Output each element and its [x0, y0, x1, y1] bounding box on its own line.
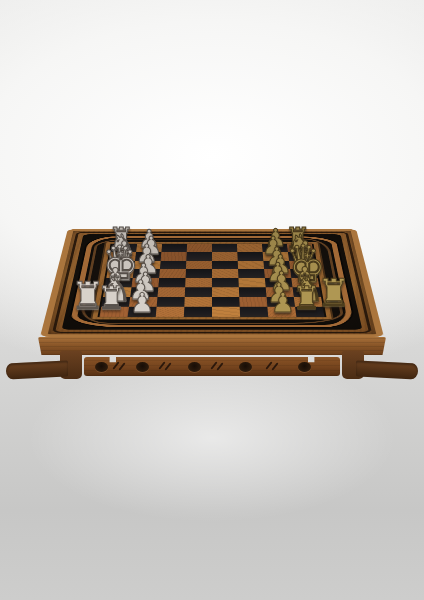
square-h3[interactable] [156, 307, 185, 317]
square-f3[interactable] [157, 287, 185, 296]
square-e5[interactable] [212, 278, 239, 287]
square-a4[interactable] [187, 244, 212, 252]
square-a8[interactable] [287, 244, 313, 252]
square-e1[interactable] [105, 278, 133, 287]
square-g3[interactable] [157, 297, 185, 307]
square-f1[interactable] [103, 287, 131, 296]
square-g6[interactable] [239, 297, 267, 307]
square-d7[interactable] [264, 269, 291, 278]
apron-slash-marks [161, 361, 175, 371]
square-f6[interactable] [239, 287, 267, 296]
apron-hole [298, 362, 311, 372]
square-e3[interactable] [158, 278, 185, 287]
square-a5[interactable] [212, 244, 237, 252]
square-c6[interactable] [238, 261, 264, 270]
square-e7[interactable] [265, 278, 293, 287]
apron-hole [136, 362, 149, 372]
square-f8[interactable] [293, 287, 321, 296]
square-f4[interactable] [185, 287, 212, 296]
square-d2[interactable] [133, 269, 160, 278]
square-h1[interactable] [100, 307, 129, 317]
square-c3[interactable] [160, 261, 186, 270]
square-e6[interactable] [238, 278, 265, 287]
checkerboard-grid [100, 244, 325, 317]
square-g1[interactable] [101, 297, 130, 307]
square-c5[interactable] [212, 261, 238, 270]
square-e8[interactable] [291, 278, 319, 287]
square-e2[interactable] [131, 278, 159, 287]
board-foot-right [342, 351, 418, 381]
square-a6[interactable] [237, 244, 263, 252]
square-a3[interactable] [161, 244, 187, 252]
square-e4[interactable] [185, 278, 212, 287]
square-f5[interactable] [212, 287, 239, 296]
square-b5[interactable] [212, 252, 238, 260]
board-front-edge [38, 337, 386, 355]
square-d1[interactable] [106, 269, 134, 278]
square-b3[interactable] [161, 252, 187, 260]
square-a7[interactable] [262, 244, 288, 252]
square-d5[interactable] [212, 269, 238, 278]
square-g5[interactable] [212, 297, 240, 307]
square-d6[interactable] [238, 269, 265, 278]
carved-apron [84, 357, 340, 376]
square-h7[interactable] [267, 307, 296, 317]
square-c7[interactable] [263, 261, 290, 270]
square-b2[interactable] [135, 252, 161, 260]
board-foot-left [6, 351, 82, 381]
square-a1[interactable] [111, 244, 137, 252]
chess-board [40, 229, 384, 337]
square-c1[interactable] [108, 261, 135, 270]
square-c2[interactable] [134, 261, 161, 270]
product-photo: ♜♞♝♛♚♝♞♜♟♟♟♟♟♟♟♟♟♟♟♟♟♟♟♟♜♞♝♛♚♝♞♜♜♜ [0, 0, 424, 600]
foot-toe [356, 360, 418, 379]
foot-toe [6, 360, 68, 379]
square-h6[interactable] [240, 307, 269, 317]
square-g8[interactable] [294, 297, 323, 307]
apron-hole [95, 362, 108, 372]
square-g7[interactable] [267, 297, 296, 307]
square-g2[interactable] [129, 297, 158, 307]
square-d4[interactable] [186, 269, 212, 278]
chess-set-scene: ♜♞♝♛♚♝♞♜♟♟♟♟♟♟♟♟♟♟♟♟♟♟♟♟♜♞♝♛♚♝♞♜♜♜ [0, 0, 424, 600]
square-f2[interactable] [130, 287, 158, 296]
square-b6[interactable] [237, 252, 263, 260]
square-b8[interactable] [288, 252, 315, 260]
square-d3[interactable] [159, 269, 186, 278]
square-b4[interactable] [186, 252, 212, 260]
square-a2[interactable] [136, 244, 162, 252]
apron-slash-marks [268, 361, 282, 371]
square-g4[interactable] [184, 297, 212, 307]
square-h5[interactable] [212, 307, 240, 317]
square-h8[interactable] [295, 307, 324, 317]
square-h2[interactable] [128, 307, 157, 317]
apron-hole [188, 362, 201, 372]
apron-slash-marks [213, 361, 227, 371]
square-b1[interactable] [109, 252, 136, 260]
square-b7[interactable] [263, 252, 289, 260]
apron-hole [239, 362, 252, 372]
square-f7[interactable] [266, 287, 294, 296]
square-d8[interactable] [290, 269, 318, 278]
square-c4[interactable] [186, 261, 212, 270]
square-h4[interactable] [184, 307, 212, 317]
apron-slash-marks [115, 361, 129, 371]
square-c8[interactable] [289, 261, 316, 270]
